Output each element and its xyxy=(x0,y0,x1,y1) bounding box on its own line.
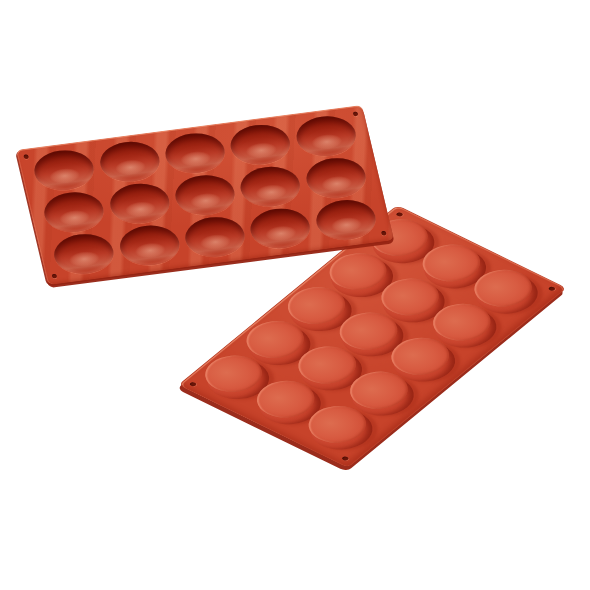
mold-cavity xyxy=(237,163,305,209)
mold-cavity xyxy=(50,231,118,277)
mold-cavity xyxy=(302,155,370,201)
mold-cavity xyxy=(30,147,98,193)
mold-cavity xyxy=(116,222,184,268)
mold-cavity xyxy=(40,189,108,235)
mold-cavity xyxy=(181,213,249,259)
mold-cavity xyxy=(171,172,239,218)
mold-cavity xyxy=(96,139,164,185)
mold-cavity xyxy=(227,122,295,168)
mold-cavity xyxy=(246,205,314,251)
mold-cavity xyxy=(106,180,174,226)
product-photo xyxy=(0,0,590,590)
mold-cavity xyxy=(292,113,360,159)
mold-cavity xyxy=(312,196,380,242)
mold-cavity xyxy=(161,130,229,176)
cavity-grid xyxy=(26,111,383,279)
